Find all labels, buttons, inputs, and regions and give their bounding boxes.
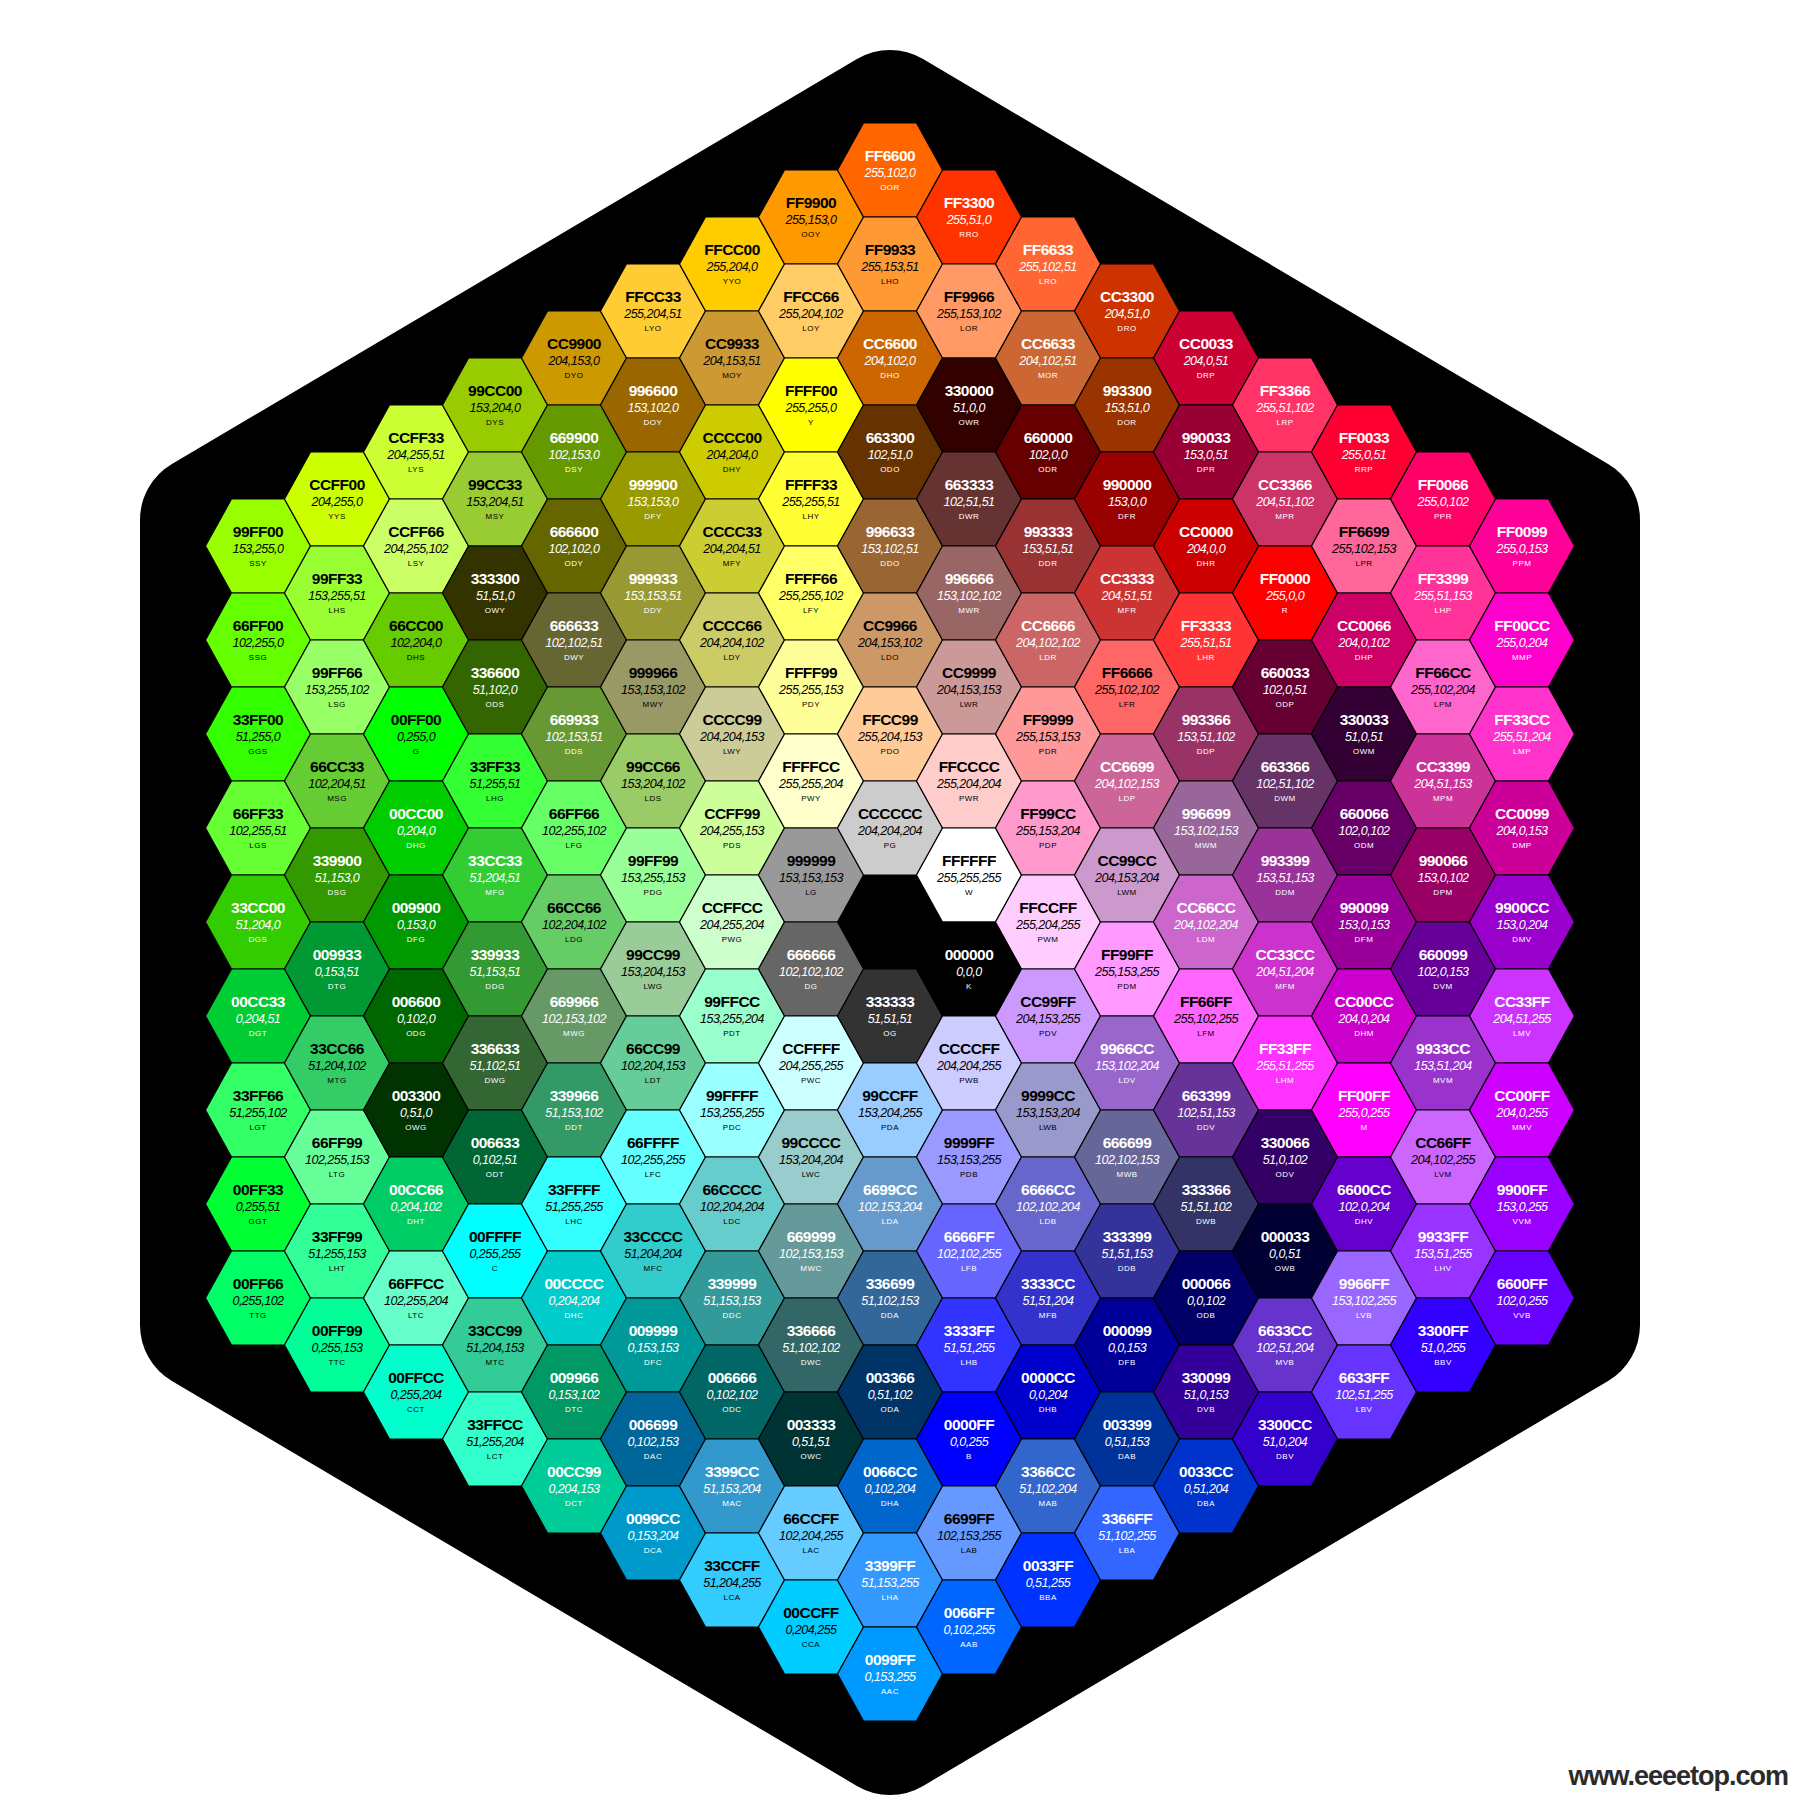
cell-label: FF3300 xyxy=(944,194,994,211)
cell-label: 51,204,102 xyxy=(308,1059,366,1073)
cell-label: MOR xyxy=(1038,371,1058,380)
cell-label: DSY xyxy=(565,465,583,474)
cell-label: DDB xyxy=(1118,1264,1136,1273)
cell-label: 102,0,0 xyxy=(1029,448,1068,462)
cell-label: DHG xyxy=(406,841,425,850)
cell-label: FF3399 xyxy=(1418,570,1469,587)
cell-label: 51,255,255 xyxy=(545,1200,603,1214)
cell-label: LDG xyxy=(565,935,583,944)
cell-label: AAB xyxy=(960,1640,978,1649)
cell-label: DVB xyxy=(1197,1405,1215,1414)
cell-label: 333366 xyxy=(1182,1181,1232,1198)
cell-label: 996699 xyxy=(1182,805,1232,822)
cell-label: 153,51,51 xyxy=(1022,542,1073,556)
cell-label: PDR xyxy=(1039,747,1057,756)
cell-label: PWM xyxy=(1037,935,1058,944)
cell-label: MOY xyxy=(722,371,742,380)
cell-label: FF00CC xyxy=(1494,617,1550,634)
cell-label: 0,153,204 xyxy=(627,1529,679,1543)
cell-label: 006666 xyxy=(708,1369,758,1386)
cell-label: 336666 xyxy=(787,1322,837,1339)
cell-label: 204,153,255 xyxy=(1015,1012,1081,1026)
cell-label: 204,255,153 xyxy=(699,824,765,838)
cell-label: MFC xyxy=(644,1264,663,1273)
cell-label: 0,51,153 xyxy=(1105,1435,1150,1449)
cell-label: CCFF00 xyxy=(309,476,365,493)
cell-label: 66FF99 xyxy=(312,1134,363,1151)
cell-label: CC99CC xyxy=(1097,852,1156,869)
cell-label: 6666CC xyxy=(1021,1181,1075,1198)
cell-label: 0,255,0 xyxy=(397,730,436,744)
cell-label: 663399 xyxy=(1182,1087,1232,1104)
cell-label: 51,0,51 xyxy=(1345,730,1383,744)
cell-label: PDM xyxy=(1117,982,1136,991)
cell-label: DSG xyxy=(328,888,347,897)
cell-label: 66CC00 xyxy=(389,617,443,634)
cell-label: 99CC33 xyxy=(468,476,523,493)
cell-label: 51,255,51 xyxy=(469,777,520,791)
cell-label: DDA xyxy=(881,1311,900,1320)
cell-label: LDC xyxy=(723,1217,741,1226)
cell-label: 255,153,153 xyxy=(1015,730,1081,744)
watermark: www.eeeetop.com xyxy=(1568,1761,1788,1792)
cell-label: 255,255,0 xyxy=(784,401,837,415)
cell-label: 255,153,51 xyxy=(860,260,919,274)
cell-label: ODO xyxy=(880,465,900,474)
cell-label: 0,0,153 xyxy=(1108,1341,1147,1355)
cell-label: 660066 xyxy=(1340,805,1390,822)
cell-label: 102,153,102 xyxy=(542,1012,607,1026)
cell-label: DYO xyxy=(565,371,584,380)
cell-label: 153,204,102 xyxy=(621,777,686,791)
cell-label: 99FF66 xyxy=(312,664,363,681)
cell-label: 0033FF xyxy=(1023,1557,1073,1574)
cell-label: 153,51,0 xyxy=(1105,401,1150,415)
cell-label: 0,255,51 xyxy=(236,1200,281,1214)
cell-label: 0,51,255 xyxy=(1026,1576,1071,1590)
cell-label: CC0099 xyxy=(1495,805,1550,822)
cell-label: 0,51,0 xyxy=(400,1106,432,1120)
cell-label: 51,51,153 xyxy=(1101,1247,1153,1261)
cell-label: ODV xyxy=(1276,1170,1295,1179)
cell-label: 0,0,102 xyxy=(1187,1294,1226,1308)
cell-label: 669933 xyxy=(550,711,600,728)
cell-label: 993399 xyxy=(1261,852,1311,869)
cell-label: 153,0,153 xyxy=(1338,918,1390,932)
cell-label: 3366FF xyxy=(1102,1510,1152,1527)
cell-label: PDA xyxy=(881,1123,899,1132)
cell-label: 102,204,204 xyxy=(700,1200,765,1214)
cell-label: 204,51,153 xyxy=(1413,777,1472,791)
cell-label: 6600CC xyxy=(1337,1181,1391,1198)
cell-label: 99CC99 xyxy=(626,946,681,963)
cell-label: G xyxy=(413,747,420,756)
cell-label: LFR xyxy=(1119,700,1136,709)
cell-label: DAC xyxy=(644,1452,662,1461)
cell-label: 3399CC xyxy=(705,1463,759,1480)
cell-label: 204,204,51 xyxy=(702,542,761,556)
cell-label: 153,51,153 xyxy=(1256,871,1314,885)
cell-label: MFR xyxy=(1118,606,1137,615)
cell-label: 0,51,51 xyxy=(792,1435,830,1449)
cell-label: MFB xyxy=(1039,1311,1057,1320)
cell-label: 0,255,255 xyxy=(469,1247,521,1261)
cell-label: 102,255,153 xyxy=(305,1153,370,1167)
cell-label: 0033CC xyxy=(1179,1463,1233,1480)
cell-label: DWM xyxy=(1274,794,1296,803)
cell-label: 009966 xyxy=(550,1369,600,1386)
cell-label: 99CC66 xyxy=(626,758,681,775)
cell-label: LWC xyxy=(802,1170,821,1179)
cell-label: LAB xyxy=(961,1546,978,1555)
cell-label: 153,102,0 xyxy=(627,401,679,415)
cell-label: FF0033 xyxy=(1339,429,1390,446)
cell-label: LTG xyxy=(329,1170,345,1179)
cell-label: C xyxy=(492,1264,498,1273)
cell-label: LGS xyxy=(249,841,267,850)
cell-label: LHR xyxy=(1197,653,1215,662)
cell-label: LWR xyxy=(960,700,979,709)
cell-label: LHV xyxy=(1434,1264,1451,1273)
cell-label: CCFF33 xyxy=(388,429,444,446)
cell-label: LOY xyxy=(802,324,820,333)
cell-label: 204,153,102 xyxy=(857,636,923,650)
cell-label: FFCCCC xyxy=(939,758,1000,775)
cell-label: LYO xyxy=(645,324,662,333)
cell-label: 255,204,51 xyxy=(623,307,682,321)
cell-label: 66CC33 xyxy=(310,758,365,775)
cell-label: LHG xyxy=(486,794,504,803)
cell-label: CC33CC xyxy=(1255,946,1314,963)
cell-label: 153,0,255 xyxy=(1496,1200,1548,1214)
cell-label: 990099 xyxy=(1340,899,1390,916)
cell-label: 996666 xyxy=(945,570,995,587)
cell-label: ODA xyxy=(881,1405,900,1414)
cell-label: 666600 xyxy=(550,523,599,540)
cell-label: 669999 xyxy=(787,1228,837,1245)
cell-label: 000033 xyxy=(1261,1228,1311,1245)
cell-label: CC99FF xyxy=(1020,993,1076,1010)
cell-label: CCFF99 xyxy=(704,805,760,822)
cell-label: 51,0,255 xyxy=(1421,1341,1466,1355)
cell-label: 51,153,0 xyxy=(315,871,360,885)
cell-label: 204,51,255 xyxy=(1492,1012,1551,1026)
cell-label: 669900 xyxy=(550,429,599,446)
cell-label: 255,255,102 xyxy=(778,589,844,603)
cell-label: LMP xyxy=(1513,747,1531,756)
cell-label: 66FF00 xyxy=(233,617,283,634)
cell-label: 204,153,0 xyxy=(547,354,600,368)
cell-label: GGS xyxy=(248,747,267,756)
cell-label: PDT xyxy=(723,1029,741,1038)
cell-label: 51,51,0 xyxy=(476,589,515,603)
cell-label: LTC xyxy=(408,1311,424,1320)
cell-label: LG xyxy=(805,888,817,897)
cell-label: 153,0,51 xyxy=(1184,448,1229,462)
cell-label: 66FFFF xyxy=(627,1134,679,1151)
cell-label: 102,0,204 xyxy=(1338,1200,1390,1214)
cell-label: DFM xyxy=(1355,935,1374,944)
cell-label: 51,51,204 xyxy=(1022,1294,1074,1308)
cell-label: 0000CC xyxy=(1021,1369,1075,1386)
cell-label: 102,255,0 xyxy=(232,636,284,650)
cell-label: 006633 xyxy=(471,1134,521,1151)
cell-label: MMV xyxy=(1512,1123,1532,1132)
cell-label: 339999 xyxy=(708,1275,758,1292)
cell-label: K xyxy=(966,982,972,991)
cell-label: 153,153,204 xyxy=(1016,1106,1081,1120)
cell-label: 3366CC xyxy=(1021,1463,1075,1480)
cell-label: 204,102,153 xyxy=(1094,777,1160,791)
cell-label: 153,51,102 xyxy=(1177,730,1235,744)
cell-label: DOR xyxy=(1117,418,1136,427)
cell-label: DBA xyxy=(1197,1499,1215,1508)
cell-label: DHT xyxy=(407,1217,425,1226)
cell-label: 51,102,153 xyxy=(861,1294,919,1308)
cell-label: DHB xyxy=(1039,1405,1057,1414)
cell-label: 204,153,204 xyxy=(1094,871,1160,885)
cell-label: DDC xyxy=(723,1311,742,1320)
cell-label: LHS xyxy=(328,606,345,615)
cell-label: OWY xyxy=(485,606,506,615)
cell-label: 336633 xyxy=(471,1040,521,1057)
cell-label: CCFFFF xyxy=(782,1040,839,1057)
cell-label: MWR xyxy=(958,606,980,615)
cell-label: DWY xyxy=(564,653,584,662)
cell-label: FF99FF xyxy=(1101,946,1153,963)
cell-label: ODY xyxy=(565,559,584,568)
cell-label: ODT xyxy=(486,1170,504,1179)
cell-label: DFC xyxy=(644,1358,662,1367)
cell-label: 99FF99 xyxy=(628,852,679,869)
cell-label: 660099 xyxy=(1419,946,1469,963)
cell-label: 0,204,51 xyxy=(236,1012,281,1026)
cell-label: 102,153,204 xyxy=(858,1200,923,1214)
cell-label: DHV xyxy=(1355,1217,1374,1226)
cell-label: ODP xyxy=(1276,700,1295,709)
cell-label: OWB xyxy=(1275,1264,1296,1273)
cell-label: 153,51,255 xyxy=(1414,1247,1472,1261)
cell-label: LWG xyxy=(643,982,662,991)
cell-label: 003333 xyxy=(787,1416,837,1433)
cell-label: 0099CC xyxy=(626,1510,680,1527)
cell-label: 9966CC xyxy=(1100,1040,1154,1057)
cell-label: 003399 xyxy=(1103,1416,1153,1433)
cell-label: MWY xyxy=(642,700,663,709)
cell-label: DMP xyxy=(1512,841,1531,850)
cell-label: LDO xyxy=(881,653,899,662)
cell-label: ODC xyxy=(722,1405,741,1414)
cell-label: PDP xyxy=(1039,841,1057,850)
cell-label: DDT xyxy=(565,1123,583,1132)
cell-label: CC9966 xyxy=(863,617,918,634)
cell-label: 00FFCC xyxy=(388,1369,444,1386)
cell-label: AAC xyxy=(881,1687,899,1696)
cell-label: LWB xyxy=(1039,1123,1057,1132)
cell-label: FFCC99 xyxy=(862,711,918,728)
cell-label: 255,204,102 xyxy=(778,307,844,321)
cell-label: CCT xyxy=(407,1405,425,1414)
cell-label: FF33FF xyxy=(1259,1040,1311,1057)
cell-label: PWC xyxy=(801,1076,821,1085)
cell-label: 003300 xyxy=(392,1087,441,1104)
cell-label: LHT xyxy=(329,1264,346,1273)
cell-label: 006699 xyxy=(629,1416,679,1433)
cell-label: CC66CC xyxy=(1176,899,1235,916)
cell-label: 339966 xyxy=(550,1087,600,1104)
cell-label: CCCCCC xyxy=(858,805,922,822)
cell-label: 663333 xyxy=(945,476,995,493)
cell-label: 255,102,153 xyxy=(1331,542,1397,556)
cell-label: CC6699 xyxy=(1100,758,1155,775)
cell-label: 330033 xyxy=(1340,711,1390,728)
cell-label: 00CCFF xyxy=(783,1604,839,1621)
cell-label: 990066 xyxy=(1419,852,1469,869)
cell-label: 3399FF xyxy=(865,1557,915,1574)
cell-label: 666699 xyxy=(1103,1134,1153,1151)
cell-label: 102,204,51 xyxy=(308,777,366,791)
cell-label: 204,204,0 xyxy=(705,448,758,462)
cell-label: 6600FF xyxy=(1497,1275,1547,1292)
cell-label: 255,255,51 xyxy=(781,495,840,509)
cell-label: 255,51,0 xyxy=(946,213,992,227)
cell-label: 204,0,51 xyxy=(1183,354,1229,368)
cell-label: LDR xyxy=(1039,653,1057,662)
cell-label: OWG xyxy=(405,1123,427,1132)
cell-label: 999999 xyxy=(787,852,837,869)
cell-label: 333399 xyxy=(1103,1228,1153,1245)
cell-label: 102,0,51 xyxy=(1263,683,1308,697)
cell-label: 204,153,51 xyxy=(702,354,761,368)
cell-label: 0066FF xyxy=(944,1604,994,1621)
cell-label: LOR xyxy=(960,324,978,333)
cell-label: 3333FF xyxy=(944,1322,994,1339)
cell-label: 51,153,204 xyxy=(703,1482,761,1496)
cell-label: 3300CC xyxy=(1258,1416,1312,1433)
cell-label: 102,51,51 xyxy=(943,495,994,509)
cell-label: ODM xyxy=(1354,841,1374,850)
cell-label: CC3366 xyxy=(1258,476,1313,493)
cell-label: PDB xyxy=(960,1170,978,1179)
cell-label: 00FFFF xyxy=(469,1228,521,1245)
cell-label: 0,0,0 xyxy=(956,965,982,979)
cell-label: PDS xyxy=(723,841,741,850)
cell-label: 0,153,153 xyxy=(627,1341,679,1355)
cell-label: 6666FF xyxy=(944,1228,994,1245)
cell-label: CC6633 xyxy=(1021,335,1076,352)
cell-label: 00CC00 xyxy=(389,805,443,822)
cell-label: 102,153,0 xyxy=(548,448,600,462)
cell-label: DRO xyxy=(1117,324,1136,333)
cell-label: MTG xyxy=(327,1076,346,1085)
cell-label: 255,0,51 xyxy=(1341,448,1387,462)
cell-label: 102,204,102 xyxy=(542,918,607,932)
cell-label: 102,153,51 xyxy=(545,730,603,744)
cell-label: 153,255,51 xyxy=(308,589,366,603)
cell-label: 153,0,0 xyxy=(1108,495,1147,509)
cell-label: CC00FF xyxy=(1494,1087,1550,1104)
cell-label: LBV xyxy=(1356,1405,1373,1414)
cell-label: 204,0,255 xyxy=(1495,1106,1548,1120)
cell-label: PDC xyxy=(723,1123,741,1132)
cell-label: 996600 xyxy=(629,382,678,399)
cell-label: CCCCFF xyxy=(939,1040,1000,1057)
cell-label: 204,204,204 xyxy=(857,824,923,838)
cell-label: 255,102,51 xyxy=(1018,260,1077,274)
cell-label: 33FFFF xyxy=(548,1181,600,1198)
cell-label: GGT xyxy=(249,1217,268,1226)
cell-label: LHY xyxy=(802,512,819,521)
cell-label: BBA xyxy=(1039,1593,1057,1602)
cell-label: DTG xyxy=(328,982,346,991)
cell-label: DWC xyxy=(801,1358,822,1367)
cell-label: 153,102,51 xyxy=(861,542,919,556)
cell-label: 153,51,204 xyxy=(1414,1059,1472,1073)
cell-label: 330066 xyxy=(1261,1134,1311,1151)
cell-label: 0,255,102 xyxy=(232,1294,284,1308)
cell-label: 153,255,0 xyxy=(232,542,284,556)
cell-label: LVB xyxy=(1356,1311,1372,1320)
cell-label: 666666 xyxy=(787,946,837,963)
cell-label: DPM xyxy=(1433,888,1452,897)
cell-label: PG xyxy=(884,841,897,850)
cell-label: 33CCFF xyxy=(704,1557,760,1574)
cell-label: 660033 xyxy=(1261,664,1311,681)
cell-label: 33CCCC xyxy=(623,1228,682,1245)
cell-label: 33FF00 xyxy=(233,711,283,728)
cell-label: 255,255,204 xyxy=(778,777,844,791)
cell-label: LGT xyxy=(249,1123,266,1132)
cell-label: FF33CC xyxy=(1494,711,1550,728)
cell-label: 102,255,204 xyxy=(384,1294,449,1308)
cell-label: MVB xyxy=(1276,1358,1295,1367)
cell-label: FF3366 xyxy=(1260,382,1311,399)
cell-label: M xyxy=(1360,1123,1367,1132)
cell-label: FFFF99 xyxy=(785,664,838,681)
cell-label: 204,102,0 xyxy=(863,354,916,368)
cell-label: CC3399 xyxy=(1416,758,1471,775)
cell-label: 9999FF xyxy=(944,1134,994,1151)
cell-label: MPM xyxy=(1433,794,1453,803)
cell-label: 9999CC xyxy=(1021,1087,1075,1104)
cell-label: 204,255,255 xyxy=(778,1059,844,1073)
cell-label: 102,51,204 xyxy=(1256,1341,1314,1355)
cell-label: MFM xyxy=(1275,982,1295,991)
cell-label: 33FF66 xyxy=(233,1087,284,1104)
cell-label: LMV xyxy=(1513,1029,1531,1038)
cell-label: PWB xyxy=(959,1076,979,1085)
cell-label: MWB xyxy=(1116,1170,1137,1179)
cell-label: 0,204,0 xyxy=(397,824,436,838)
cell-label: 9900CC xyxy=(1495,899,1549,916)
cell-label: 255,51,204 xyxy=(1492,730,1551,744)
cell-label: LSY xyxy=(408,559,425,568)
cell-label: FFFFCC xyxy=(782,758,840,775)
cell-label: 204,51,51 xyxy=(1100,589,1152,603)
cell-label: OOY xyxy=(801,230,820,239)
cell-label: CC0000 xyxy=(1179,523,1233,540)
cell-label: MSY xyxy=(486,512,505,521)
cell-label: 153,153,51 xyxy=(624,589,682,603)
cell-label: 255,204,204 xyxy=(936,777,1002,791)
cell-label: VVB xyxy=(1513,1311,1531,1320)
cell-label: 000000 xyxy=(945,946,994,963)
cell-label: CCCC00 xyxy=(702,429,761,446)
cell-label: 102,204,0 xyxy=(390,636,442,650)
cell-label: DDY xyxy=(644,606,663,615)
cell-label: DGT xyxy=(249,1029,267,1038)
cell-label: CCFF66 xyxy=(388,523,444,540)
